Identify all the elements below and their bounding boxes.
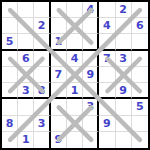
cell-r1c3[interactable] — [34, 2, 50, 18]
cell-r3c1[interactable]: 5 — [2, 34, 18, 50]
cell-r4c9[interactable] — [132, 51, 148, 67]
cell-r6c1[interactable] — [2, 83, 18, 99]
sudoku-grid: 422465164737938193583919 — [2, 2, 148, 148]
cell-r1c4[interactable] — [51, 2, 67, 18]
given-digit: 6 — [136, 20, 144, 31]
cell-r1c5[interactable] — [67, 2, 83, 18]
given-digit: 3 — [38, 118, 46, 129]
cell-r7c6[interactable]: 3 — [83, 99, 99, 115]
cell-r4c1[interactable] — [2, 51, 18, 67]
cell-r9c7[interactable] — [99, 132, 115, 148]
given-digit: 3 — [86, 101, 94, 112]
cell-r1c9[interactable] — [132, 2, 148, 18]
cell-r2c8[interactable] — [116, 18, 132, 34]
cell-r8c7[interactable]: 9 — [99, 116, 115, 132]
given-digit: 5 — [136, 101, 144, 112]
cell-r2c5[interactable] — [67, 18, 83, 34]
cell-r6c5[interactable]: 1 — [67, 83, 83, 99]
cell-r3c5[interactable] — [67, 34, 83, 50]
cell-r8c1[interactable]: 8 — [2, 116, 18, 132]
cell-r7c7[interactable] — [99, 99, 115, 115]
given-digit: 6 — [22, 53, 30, 64]
given-digit: 4 — [86, 4, 94, 15]
cell-r9c3[interactable] — [34, 132, 50, 148]
cell-r9c8[interactable] — [116, 132, 132, 148]
cell-r8c8[interactable] — [116, 116, 132, 132]
cell-r5c8[interactable] — [116, 67, 132, 83]
cell-r9c2[interactable]: 1 — [18, 132, 34, 148]
cell-r5c5[interactable] — [67, 67, 83, 83]
cell-r7c8[interactable] — [116, 99, 132, 115]
cell-r2c6[interactable] — [83, 18, 99, 34]
cell-r2c9[interactable]: 6 — [132, 18, 148, 34]
cell-r6c7[interactable] — [99, 83, 115, 99]
given-digit: 1 — [71, 85, 79, 96]
cell-r7c2[interactable] — [18, 99, 34, 115]
cell-r2c4[interactable] — [51, 18, 67, 34]
cell-r1c6[interactable]: 4 — [83, 2, 99, 18]
cell-r3c6[interactable] — [83, 34, 99, 50]
cell-r6c9[interactable] — [132, 83, 148, 99]
cell-r2c1[interactable] — [2, 18, 18, 34]
cell-r8c2[interactable] — [18, 116, 34, 132]
sudoku-board: 422465164737938193583919 — [0, 0, 150, 150]
cell-r5c3[interactable] — [34, 67, 50, 83]
given-digit: 9 — [54, 134, 62, 145]
cell-r8c5[interactable] — [67, 116, 83, 132]
cell-r2c2[interactable] — [18, 18, 34, 34]
given-digit: 4 — [103, 20, 111, 31]
cell-r5c7[interactable] — [99, 67, 115, 83]
given-digit: 8 — [6, 118, 14, 129]
cell-r1c1[interactable] — [2, 2, 18, 18]
cell-r8c6[interactable] — [83, 116, 99, 132]
cell-r3c3[interactable] — [34, 34, 50, 50]
cell-r6c3[interactable]: 8 — [34, 83, 50, 99]
cell-r8c9[interactable] — [132, 116, 148, 132]
cell-r7c1[interactable] — [2, 99, 18, 115]
cell-r6c2[interactable]: 3 — [18, 83, 34, 99]
cell-r1c2[interactable] — [18, 2, 34, 18]
given-digit: 4 — [71, 53, 79, 64]
cell-r9c4[interactable]: 9 — [51, 132, 67, 148]
given-digit: 5 — [6, 36, 14, 47]
given-digit: 2 — [119, 4, 127, 15]
cell-r8c3[interactable]: 3 — [34, 116, 50, 132]
cell-r5c9[interactable] — [132, 67, 148, 83]
given-digit: 7 — [54, 69, 62, 80]
cell-r2c3[interactable]: 2 — [34, 18, 50, 34]
given-digit: 7 — [103, 53, 111, 64]
cell-r3c2[interactable] — [18, 34, 34, 50]
cell-r8c4[interactable] — [51, 116, 67, 132]
cell-r5c1[interactable] — [2, 67, 18, 83]
cell-r9c6[interactable] — [83, 132, 99, 148]
cell-r3c4[interactable]: 1 — [51, 34, 67, 50]
given-digit: 9 — [86, 69, 94, 80]
cell-r5c2[interactable] — [18, 67, 34, 83]
cell-r5c6[interactable]: 9 — [83, 67, 99, 83]
given-digit: 9 — [119, 85, 127, 96]
given-digit: 3 — [22, 85, 30, 96]
cell-r6c8[interactable]: 9 — [116, 83, 132, 99]
cell-r9c9[interactable] — [132, 132, 148, 148]
given-digit: 1 — [22, 134, 30, 145]
given-digit: 9 — [103, 118, 111, 129]
cell-r3c9[interactable] — [132, 34, 148, 50]
cell-r5c4[interactable]: 7 — [51, 67, 67, 83]
cell-r9c1[interactable] — [2, 132, 18, 148]
cell-r1c8[interactable]: 2 — [116, 2, 132, 18]
given-digit: 8 — [38, 85, 46, 96]
cell-r2c7[interactable]: 4 — [99, 18, 115, 34]
cell-r7c9[interactable]: 5 — [132, 99, 148, 115]
cell-r6c6[interactable] — [83, 83, 99, 99]
cell-r7c4[interactable] — [51, 99, 67, 115]
cell-r6c4[interactable] — [51, 83, 67, 99]
cell-r1c7[interactable] — [99, 2, 115, 18]
cell-r3c7[interactable] — [99, 34, 115, 50]
cell-r7c3[interactable] — [34, 99, 50, 115]
cell-r4c2[interactable]: 6 — [18, 51, 34, 67]
cell-r4c8[interactable]: 3 — [116, 51, 132, 67]
cell-r4c5[interactable]: 4 — [67, 51, 83, 67]
cell-r3c8[interactable] — [116, 34, 132, 50]
cell-r4c3[interactable] — [34, 51, 50, 67]
cell-r7c5[interactable] — [67, 99, 83, 115]
given-digit: 3 — [119, 53, 127, 64]
cell-r4c6[interactable] — [83, 51, 99, 67]
given-digit: 2 — [38, 20, 46, 31]
cell-r9c5[interactable] — [67, 132, 83, 148]
given-digit: 1 — [54, 36, 62, 47]
cell-r4c4[interactable] — [51, 51, 67, 67]
cell-r4c7[interactable]: 7 — [99, 51, 115, 67]
